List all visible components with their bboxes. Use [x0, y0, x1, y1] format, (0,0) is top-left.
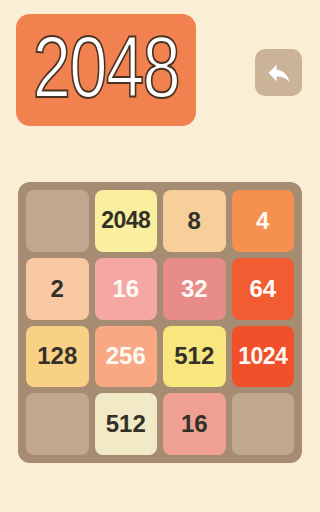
tile-16: 16	[163, 393, 226, 455]
tile-128: 128	[26, 326, 89, 388]
app-screen: { "game": "2048", "position": { "grid": …	[0, 0, 320, 512]
app-logo: 2048	[16, 14, 196, 126]
tile-32: 32	[163, 258, 226, 320]
tile-512: 512	[95, 393, 158, 455]
tile-16: 16	[95, 258, 158, 320]
empty-cell	[26, 190, 89, 252]
tile-4: 4	[232, 190, 295, 252]
tile-1024: 1024	[232, 326, 295, 388]
undo-arrow-icon	[265, 59, 293, 87]
tile-256: 256	[95, 326, 158, 388]
tile-2: 2	[26, 258, 89, 320]
tile-8: 8	[163, 190, 226, 252]
empty-cell	[232, 393, 295, 455]
undo-button[interactable]	[255, 49, 302, 96]
tile-2048: 2048	[95, 190, 158, 252]
game-board[interactable]: 2048842163264128256512102451216	[18, 182, 302, 463]
app-title: 2048	[33, 23, 179, 117]
tile-64: 64	[232, 258, 295, 320]
tile-512: 512	[163, 326, 226, 388]
empty-cell	[26, 393, 89, 455]
